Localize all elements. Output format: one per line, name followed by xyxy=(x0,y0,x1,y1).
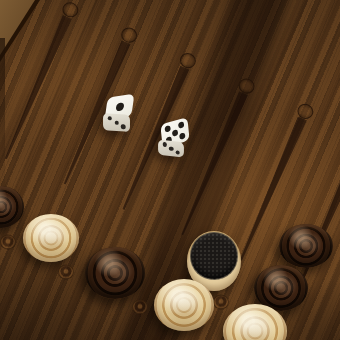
die-pip-icon xyxy=(115,102,124,111)
point-tip-circle-icon xyxy=(236,76,257,96)
rosette-engraving-icon xyxy=(132,300,148,315)
point-tip-circle-icon xyxy=(178,51,199,71)
rosette-engraving-icon xyxy=(58,265,74,280)
backgammon-board xyxy=(0,0,340,340)
die-pip-icon xyxy=(178,121,184,129)
rosette-engraving-icon xyxy=(0,235,16,250)
board-edge-shadow xyxy=(0,38,5,198)
die-front-face xyxy=(103,113,130,132)
die-pip-icon xyxy=(175,150,179,155)
die-pip-icon xyxy=(121,124,125,129)
right-die[interactable] xyxy=(155,120,195,162)
left-die[interactable] xyxy=(101,95,141,137)
checker-dark-3[interactable] xyxy=(85,247,145,299)
die-pip-icon xyxy=(114,120,118,125)
point-tip-circle-icon xyxy=(295,101,316,121)
checker-dark-7[interactable] xyxy=(279,224,333,268)
point-tip-circle-icon xyxy=(119,25,140,45)
checker-light-2[interactable] xyxy=(23,214,79,262)
die-pip-icon xyxy=(162,142,166,147)
die-pip-icon xyxy=(179,133,185,141)
die-pip-icon xyxy=(108,116,112,121)
plank-seam xyxy=(0,0,102,340)
die-front-face xyxy=(158,140,184,158)
point-triangle xyxy=(153,80,273,248)
board-point-2 xyxy=(33,6,165,201)
die-pip-icon xyxy=(169,146,173,151)
checker-dark-1[interactable] xyxy=(0,186,24,228)
checker-light-4[interactable] xyxy=(154,279,214,331)
die-pip-icon xyxy=(172,129,178,137)
die-pip-icon xyxy=(164,125,170,133)
rosette-engraving-icon xyxy=(213,295,229,310)
point-tip-circle-icon xyxy=(60,0,81,20)
checker-black-cap xyxy=(190,232,239,279)
